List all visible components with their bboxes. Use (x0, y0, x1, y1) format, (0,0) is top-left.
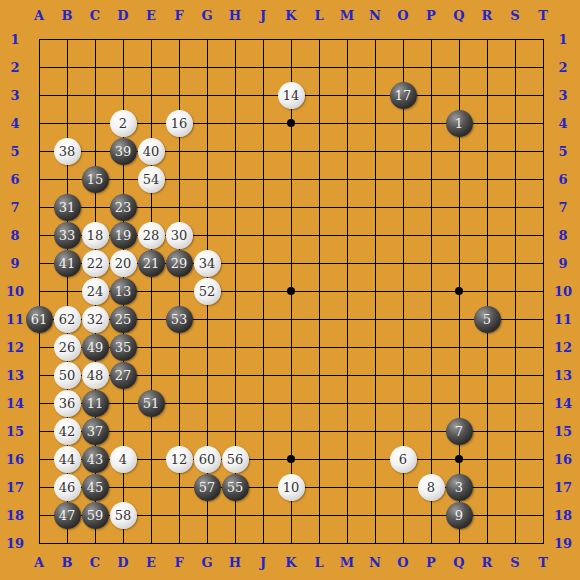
move-number: 36 (59, 397, 76, 410)
intersection-B17: 46 (53, 473, 81, 501)
intersection-F8: 30 (165, 221, 193, 249)
stone-white-B12: 26 (54, 334, 81, 361)
col-label-top-D: D (117, 9, 128, 22)
row-label-left-7: 7 (10, 201, 19, 214)
row-label-right-19: 19 (554, 537, 572, 550)
stone-white-C10: 24 (82, 278, 109, 305)
stone-white-B16: 44 (54, 446, 81, 473)
intersection-D16: 4 (109, 445, 137, 473)
intersection-H16: 56 (221, 445, 249, 473)
hoshi-dot (455, 455, 463, 463)
stone-white-O16: 6 (390, 446, 417, 473)
move-number: 48 (87, 369, 104, 382)
intersection-E14: 51 (137, 389, 165, 417)
col-label-bottom-T: T (538, 556, 548, 569)
move-number: 25 (115, 313, 132, 326)
intersection-A11: 61 (25, 305, 53, 333)
stone-white-B14: 36 (54, 390, 81, 417)
move-number: 35 (115, 341, 132, 354)
stone-white-B13: 50 (54, 362, 81, 389)
move-number: 49 (87, 341, 104, 354)
col-label-top-P: P (426, 9, 436, 22)
col-label-top-B: B (62, 9, 73, 22)
move-number: 3 (455, 481, 463, 494)
intersection-E9: 21 (137, 249, 165, 277)
col-label-bottom-C: C (90, 556, 100, 569)
move-number: 61 (31, 313, 48, 326)
row-label-right-2: 2 (558, 61, 567, 74)
move-number: 62 (59, 313, 76, 326)
move-number: 16 (171, 117, 188, 130)
row-label-right-8: 8 (558, 229, 567, 242)
stone-black-B18: 47 (54, 502, 81, 529)
row-label-right-13: 13 (554, 369, 572, 382)
col-label-top-H: H (229, 9, 241, 22)
col-label-top-F: F (174, 9, 183, 22)
move-number: 50 (59, 369, 76, 382)
col-label-bottom-R: R (482, 556, 493, 569)
stone-white-G10: 52 (194, 278, 221, 305)
move-number: 41 (59, 257, 76, 270)
stone-black-F11: 53 (166, 306, 193, 333)
stone-white-E6: 54 (138, 166, 165, 193)
row-label-left-19: 19 (6, 537, 24, 550)
row-label-right-12: 12 (554, 341, 572, 354)
move-number: 7 (455, 425, 463, 438)
row-label-right-4: 4 (558, 117, 567, 130)
col-label-bottom-S: S (510, 556, 519, 569)
intersection-H17: 55 (221, 473, 249, 501)
move-number: 12 (171, 453, 188, 466)
row-label-right-17: 17 (554, 481, 572, 494)
intersection-C13: 48 (81, 361, 109, 389)
row-label-left-6: 6 (10, 173, 19, 186)
intersection-G9: 34 (193, 249, 221, 277)
row-label-left-11: 11 (6, 313, 24, 326)
intersection-B18: 47 (53, 501, 81, 529)
star-point-Q16 (445, 445, 473, 473)
row-label-left-8: 8 (10, 229, 19, 242)
intersection-C16: 43 (81, 445, 109, 473)
stone-black-D7: 23 (110, 194, 137, 221)
intersection-D10: 13 (109, 277, 137, 305)
col-label-top-Q: Q (453, 9, 464, 22)
move-number: 47 (59, 509, 76, 522)
stone-white-F8: 30 (166, 222, 193, 249)
hoshi-dot (287, 455, 295, 463)
intersection-C6: 15 (81, 165, 109, 193)
row-label-right-6: 6 (558, 173, 567, 186)
stone-white-H16: 56 (222, 446, 249, 473)
intersection-D11: 25 (109, 305, 137, 333)
intersection-R11: 5 (473, 305, 501, 333)
stone-black-H17: 55 (222, 474, 249, 501)
move-number: 39 (115, 145, 132, 158)
row-label-right-16: 16 (554, 453, 572, 466)
row-label-right-5: 5 (558, 145, 567, 158)
stone-white-F4: 16 (166, 110, 193, 137)
col-label-top-N: N (369, 9, 381, 22)
move-number: 4 (119, 453, 127, 466)
star-point-K10 (277, 277, 305, 305)
col-label-bottom-J: J (260, 556, 266, 569)
move-number: 27 (115, 369, 132, 382)
move-number: 60 (199, 453, 216, 466)
move-number: 26 (59, 341, 76, 354)
stone-white-C8: 18 (82, 222, 109, 249)
move-number: 29 (171, 257, 188, 270)
col-label-top-C: C (90, 9, 100, 22)
intersection-D7: 23 (109, 193, 137, 221)
move-number: 9 (455, 509, 463, 522)
intersection-G16: 60 (193, 445, 221, 473)
row-label-right-10: 10 (554, 285, 572, 298)
stone-white-E8: 28 (138, 222, 165, 249)
intersection-B5: 38 (53, 137, 81, 165)
col-label-top-G: G (201, 9, 212, 22)
star-point-K16 (277, 445, 305, 473)
stone-white-B11: 62 (54, 306, 81, 333)
stone-white-D18: 58 (110, 502, 137, 529)
move-number: 53 (171, 313, 188, 326)
stone-black-G17: 57 (194, 474, 221, 501)
move-number: 31 (59, 201, 76, 214)
stone-black-B7: 31 (54, 194, 81, 221)
move-number: 1 (455, 117, 463, 130)
move-number: 23 (115, 201, 132, 214)
move-number: 38 (59, 145, 76, 158)
move-number: 33 (59, 229, 76, 242)
move-number: 52 (199, 285, 216, 298)
intersection-B15: 42 (53, 417, 81, 445)
star-point-K4 (277, 109, 305, 137)
stone-black-C14: 11 (82, 390, 109, 417)
stone-black-E9: 21 (138, 250, 165, 277)
move-number: 58 (115, 509, 132, 522)
intersection-G17: 57 (193, 473, 221, 501)
stone-black-R11: 5 (474, 306, 501, 333)
intersection-O3: 17 (389, 81, 417, 109)
stone-white-K3: 14 (278, 82, 305, 109)
row-label-left-1: 1 (10, 33, 19, 46)
col-label-bottom-H: H (229, 556, 241, 569)
stone-black-C12: 49 (82, 334, 109, 361)
row-label-right-11: 11 (554, 313, 572, 326)
col-label-top-E: E (146, 9, 156, 22)
col-label-bottom-F: F (174, 556, 183, 569)
move-number: 45 (87, 481, 104, 494)
col-label-top-S: S (510, 9, 519, 22)
stone-black-A11: 61 (26, 306, 53, 333)
intersection-Q17: 3 (445, 473, 473, 501)
intersection-F16: 12 (165, 445, 193, 473)
intersection-E8: 28 (137, 221, 165, 249)
row-label-left-10: 10 (6, 285, 24, 298)
move-number: 13 (115, 285, 132, 298)
intersection-D5: 39 (109, 137, 137, 165)
row-label-right-1: 1 (558, 33, 567, 46)
stone-black-B9: 41 (54, 250, 81, 277)
stone-black-E14: 51 (138, 390, 165, 417)
row-label-right-15: 15 (554, 425, 572, 438)
row-label-left-9: 9 (10, 257, 19, 270)
col-label-top-K: K (285, 9, 296, 22)
intersection-C10: 24 (81, 277, 109, 305)
move-number: 40 (143, 145, 160, 158)
move-number: 57 (199, 481, 216, 494)
stone-black-C6: 15 (82, 166, 109, 193)
hoshi-dot (287, 287, 295, 295)
row-label-left-4: 4 (10, 117, 19, 130)
col-label-top-M: M (340, 9, 354, 22)
row-label-left-17: 17 (6, 481, 24, 494)
intersection-E5: 40 (137, 137, 165, 165)
stone-white-K17: 10 (278, 474, 305, 501)
hoshi-dot (287, 119, 295, 127)
stone-black-D5: 39 (110, 138, 137, 165)
intersection-C11: 32 (81, 305, 109, 333)
intersection-D18: 58 (109, 501, 137, 529)
intersection-D4: 2 (109, 109, 137, 137)
col-label-bottom-B: B (62, 556, 73, 569)
col-label-bottom-G: G (201, 556, 212, 569)
stone-white-B5: 38 (54, 138, 81, 165)
col-label-top-A: A (34, 9, 44, 22)
row-label-right-18: 18 (554, 509, 572, 522)
col-label-top-L: L (314, 9, 323, 22)
intersection-Q4: 1 (445, 109, 473, 137)
move-number: 10 (283, 481, 300, 494)
move-number: 17 (395, 89, 412, 102)
move-number: 42 (59, 425, 76, 438)
stone-black-Q15: 7 (446, 418, 473, 445)
stone-white-G16: 60 (194, 446, 221, 473)
move-number: 8 (427, 481, 435, 494)
col-label-bottom-A: A (34, 556, 44, 569)
move-number: 51 (143, 397, 160, 410)
intersection-Q18: 9 (445, 501, 473, 529)
col-label-top-T: T (538, 9, 548, 22)
stone-black-Q17: 3 (446, 474, 473, 501)
star-point-Q10 (445, 277, 473, 305)
intersection-F11: 53 (165, 305, 193, 333)
col-label-bottom-L: L (314, 556, 323, 569)
col-label-bottom-P: P (426, 556, 436, 569)
go-board: 1234567891011121314151617181920212223242… (0, 0, 580, 580)
stone-black-F9: 29 (166, 250, 193, 277)
intersection-B9: 41 (53, 249, 81, 277)
stone-black-C16: 43 (82, 446, 109, 473)
stone-black-C18: 59 (82, 502, 109, 529)
intersection-B11: 62 (53, 305, 81, 333)
stone-black-C15: 37 (82, 418, 109, 445)
move-number: 11 (87, 397, 104, 410)
intersection-C17: 45 (81, 473, 109, 501)
intersection-C9: 22 (81, 249, 109, 277)
intersection-O16: 6 (389, 445, 417, 473)
intersection-F4: 16 (165, 109, 193, 137)
intersection-C14: 11 (81, 389, 109, 417)
stone-white-B15: 42 (54, 418, 81, 445)
move-number: 32 (87, 313, 104, 326)
intersection-B7: 31 (53, 193, 81, 221)
move-number: 59 (87, 509, 104, 522)
stone-white-P17: 8 (418, 474, 445, 501)
intersection-D12: 35 (109, 333, 137, 361)
move-number: 19 (115, 229, 132, 242)
move-number: 2 (119, 117, 127, 130)
stone-black-C17: 45 (82, 474, 109, 501)
move-number: 55 (227, 481, 244, 494)
col-label-top-R: R (482, 9, 493, 22)
stone-black-B8: 33 (54, 222, 81, 249)
intersection-C18: 59 (81, 501, 109, 529)
move-number: 28 (143, 229, 160, 242)
row-label-right-9: 9 (558, 257, 567, 270)
move-number: 44 (59, 453, 76, 466)
stone-black-D12: 35 (110, 334, 137, 361)
stone-white-G9: 34 (194, 250, 221, 277)
row-label-left-5: 5 (10, 145, 19, 158)
intersection-D8: 19 (109, 221, 137, 249)
stone-black-D13: 27 (110, 362, 137, 389)
move-number: 46 (59, 481, 76, 494)
row-label-left-2: 2 (10, 61, 19, 74)
move-number: 24 (87, 285, 104, 298)
col-label-bottom-M: M (340, 556, 354, 569)
stone-black-D10: 13 (110, 278, 137, 305)
stone-white-D4: 2 (110, 110, 137, 137)
col-label-bottom-D: D (117, 556, 128, 569)
intersection-P17: 8 (417, 473, 445, 501)
move-number: 34 (199, 257, 216, 270)
move-number: 5 (483, 313, 491, 326)
intersection-C8: 18 (81, 221, 109, 249)
col-label-bottom-O: O (397, 556, 408, 569)
intersection-K17: 10 (277, 473, 305, 501)
row-label-left-12: 12 (6, 341, 24, 354)
move-number: 54 (143, 173, 160, 186)
intersection-B16: 44 (53, 445, 81, 473)
stone-black-Q4: 1 (446, 110, 473, 137)
hoshi-dot (455, 287, 463, 295)
move-number: 43 (87, 453, 104, 466)
stone-white-C9: 22 (82, 250, 109, 277)
row-label-left-16: 16 (6, 453, 24, 466)
col-label-top-O: O (397, 9, 408, 22)
move-number: 37 (87, 425, 104, 438)
stone-black-D8: 19 (110, 222, 137, 249)
move-number: 30 (171, 229, 188, 242)
stone-white-C13: 48 (82, 362, 109, 389)
intersection-D9: 20 (109, 249, 137, 277)
move-number: 6 (399, 453, 407, 466)
intersection-D13: 27 (109, 361, 137, 389)
stone-white-D16: 4 (110, 446, 137, 473)
stone-white-C11: 32 (82, 306, 109, 333)
row-label-left-13: 13 (6, 369, 24, 382)
row-label-left-14: 14 (6, 397, 24, 410)
intersection-G10: 52 (193, 277, 221, 305)
stone-white-F16: 12 (166, 446, 193, 473)
stone-black-D11: 25 (110, 306, 137, 333)
row-label-left-15: 15 (6, 425, 24, 438)
intersection-E6: 54 (137, 165, 165, 193)
intersection-B14: 36 (53, 389, 81, 417)
stone-black-Q18: 9 (446, 502, 473, 529)
move-number: 15 (87, 173, 104, 186)
row-label-right-14: 14 (554, 397, 572, 410)
col-label-bottom-N: N (369, 556, 381, 569)
intersection-C15: 37 (81, 417, 109, 445)
col-label-bottom-Q: Q (453, 556, 464, 569)
stone-white-B17: 46 (54, 474, 81, 501)
intersection-Q15: 7 (445, 417, 473, 445)
move-number: 14 (283, 89, 300, 102)
stone-white-D9: 20 (110, 250, 137, 277)
intersection-B12: 26 (53, 333, 81, 361)
row-label-left-3: 3 (10, 89, 19, 102)
stone-white-E5: 40 (138, 138, 165, 165)
move-number: 20 (115, 257, 132, 270)
move-number: 56 (227, 453, 244, 466)
row-label-left-18: 18 (6, 509, 24, 522)
move-number: 21 (143, 257, 160, 270)
move-number: 18 (87, 229, 104, 242)
col-label-bottom-E: E (146, 556, 156, 569)
stone-black-O3: 17 (390, 82, 417, 109)
row-label-right-3: 3 (558, 89, 567, 102)
goban-grid[interactable]: 1234567891011121314151617181920212223242… (25, 25, 557, 557)
intersection-K3: 14 (277, 81, 305, 109)
col-label-top-J: J (260, 9, 266, 22)
intersection-B8: 33 (53, 221, 81, 249)
col-label-bottom-K: K (285, 556, 296, 569)
intersection-F9: 29 (165, 249, 193, 277)
intersection-C12: 49 (81, 333, 109, 361)
row-label-right-7: 7 (558, 201, 567, 214)
move-number: 22 (87, 257, 104, 270)
intersection-B13: 50 (53, 361, 81, 389)
